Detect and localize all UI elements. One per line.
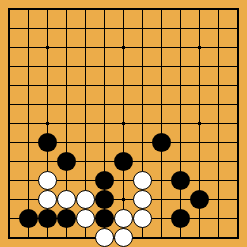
- white-stone[interactable]: [38, 190, 57, 209]
- black-stone[interactable]: [38, 133, 57, 152]
- white-stone[interactable]: [38, 171, 57, 190]
- black-stone[interactable]: [38, 209, 57, 228]
- black-stone[interactable]: [152, 133, 171, 152]
- white-stone[interactable]: [133, 171, 152, 190]
- white-stone[interactable]: [57, 190, 76, 209]
- white-stone[interactable]: [76, 209, 95, 228]
- black-stone[interactable]: [114, 152, 133, 171]
- black-stone[interactable]: [190, 190, 209, 209]
- black-stone[interactable]: [57, 152, 76, 171]
- stones-layer: [0, 0, 247, 247]
- black-stone[interactable]: [95, 209, 114, 228]
- go-board[interactable]: [0, 0, 247, 247]
- white-stone[interactable]: [133, 209, 152, 228]
- black-stone[interactable]: [95, 171, 114, 190]
- white-stone[interactable]: [95, 228, 114, 247]
- black-stone[interactable]: [19, 209, 38, 228]
- white-stone[interactable]: [114, 228, 133, 247]
- white-stone[interactable]: [114, 209, 133, 228]
- white-stone[interactable]: [133, 190, 152, 209]
- black-stone[interactable]: [57, 209, 76, 228]
- black-stone[interactable]: [171, 171, 190, 190]
- black-stone[interactable]: [171, 209, 190, 228]
- black-stone[interactable]: [95, 190, 114, 209]
- white-stone[interactable]: [76, 190, 95, 209]
